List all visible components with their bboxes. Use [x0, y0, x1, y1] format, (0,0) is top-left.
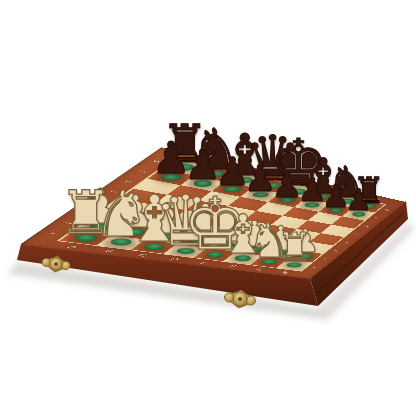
pieces-layer: ♜♞♝♛♚♝♞♜♟♟♟♟♟♟♟♟♟♟♟♟♟♟♟♟♜♞♝♛♚♝♞♜ [0, 0, 416, 416]
piece-white-rook-h1[interactable]: ♜ [277, 228, 313, 268]
chess-set-photo: AA11BB22CC33DD44EE55FF66GG77HH88 ♜♞♝♛♚♝♞… [0, 0, 416, 416]
piece-black-pawn-h7[interactable]: ♟ [345, 187, 372, 217]
